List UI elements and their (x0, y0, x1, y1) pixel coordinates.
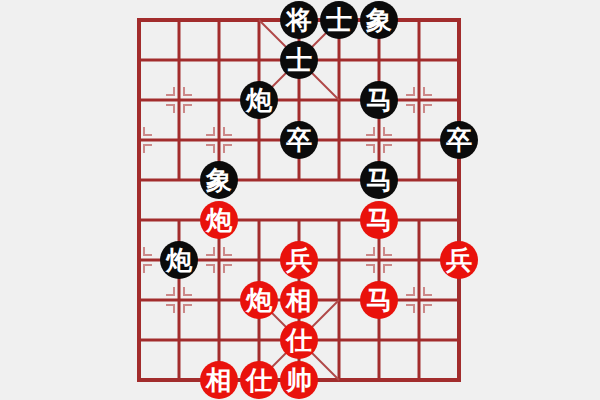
piece-red-horse[interactable]: 马 (360, 201, 398, 239)
piece-red-elephant[interactable]: 相 (200, 361, 238, 399)
piece-red-horse[interactable]: 马 (360, 281, 398, 319)
piece-red-advisor[interactable]: 仕 (240, 361, 278, 399)
piece-red-soldier[interactable]: 兵 (280, 241, 318, 279)
piece-red-general[interactable]: 帅 (280, 361, 318, 399)
piece-black-advisor[interactable]: 士 (280, 41, 318, 79)
xiangqi-app-screen: 将士象士炮马卒卒象马炮炮马兵兵炮相马仕相仕帅 (0, 0, 600, 400)
piece-black-cannon[interactable]: 炮 (160, 241, 198, 279)
piece-black-soldier[interactable]: 卒 (440, 121, 478, 159)
piece-red-cannon[interactable]: 炮 (200, 201, 238, 239)
piece-black-horse[interactable]: 马 (360, 81, 398, 119)
piece-black-general[interactable]: 将 (280, 1, 318, 39)
piece-black-elephant[interactable]: 象 (360, 1, 398, 39)
xiangqi-board[interactable]: 将士象士炮马卒卒象马炮炮马兵兵炮相马仕相仕帅 (0, 0, 600, 400)
pieces-layer: 将士象士炮马卒卒象马炮炮马兵兵炮相马仕相仕帅 (119, 0, 479, 400)
piece-black-soldier[interactable]: 卒 (280, 121, 318, 159)
piece-black-advisor[interactable]: 士 (320, 1, 358, 39)
piece-red-soldier[interactable]: 兵 (440, 241, 478, 279)
piece-red-advisor[interactable]: 仕 (280, 321, 318, 359)
piece-red-cannon[interactable]: 炮 (240, 281, 278, 319)
piece-black-elephant[interactable]: 象 (200, 161, 238, 199)
piece-red-elephant[interactable]: 相 (280, 281, 318, 319)
piece-black-horse[interactable]: 马 (360, 161, 398, 199)
piece-black-cannon[interactable]: 炮 (240, 81, 278, 119)
